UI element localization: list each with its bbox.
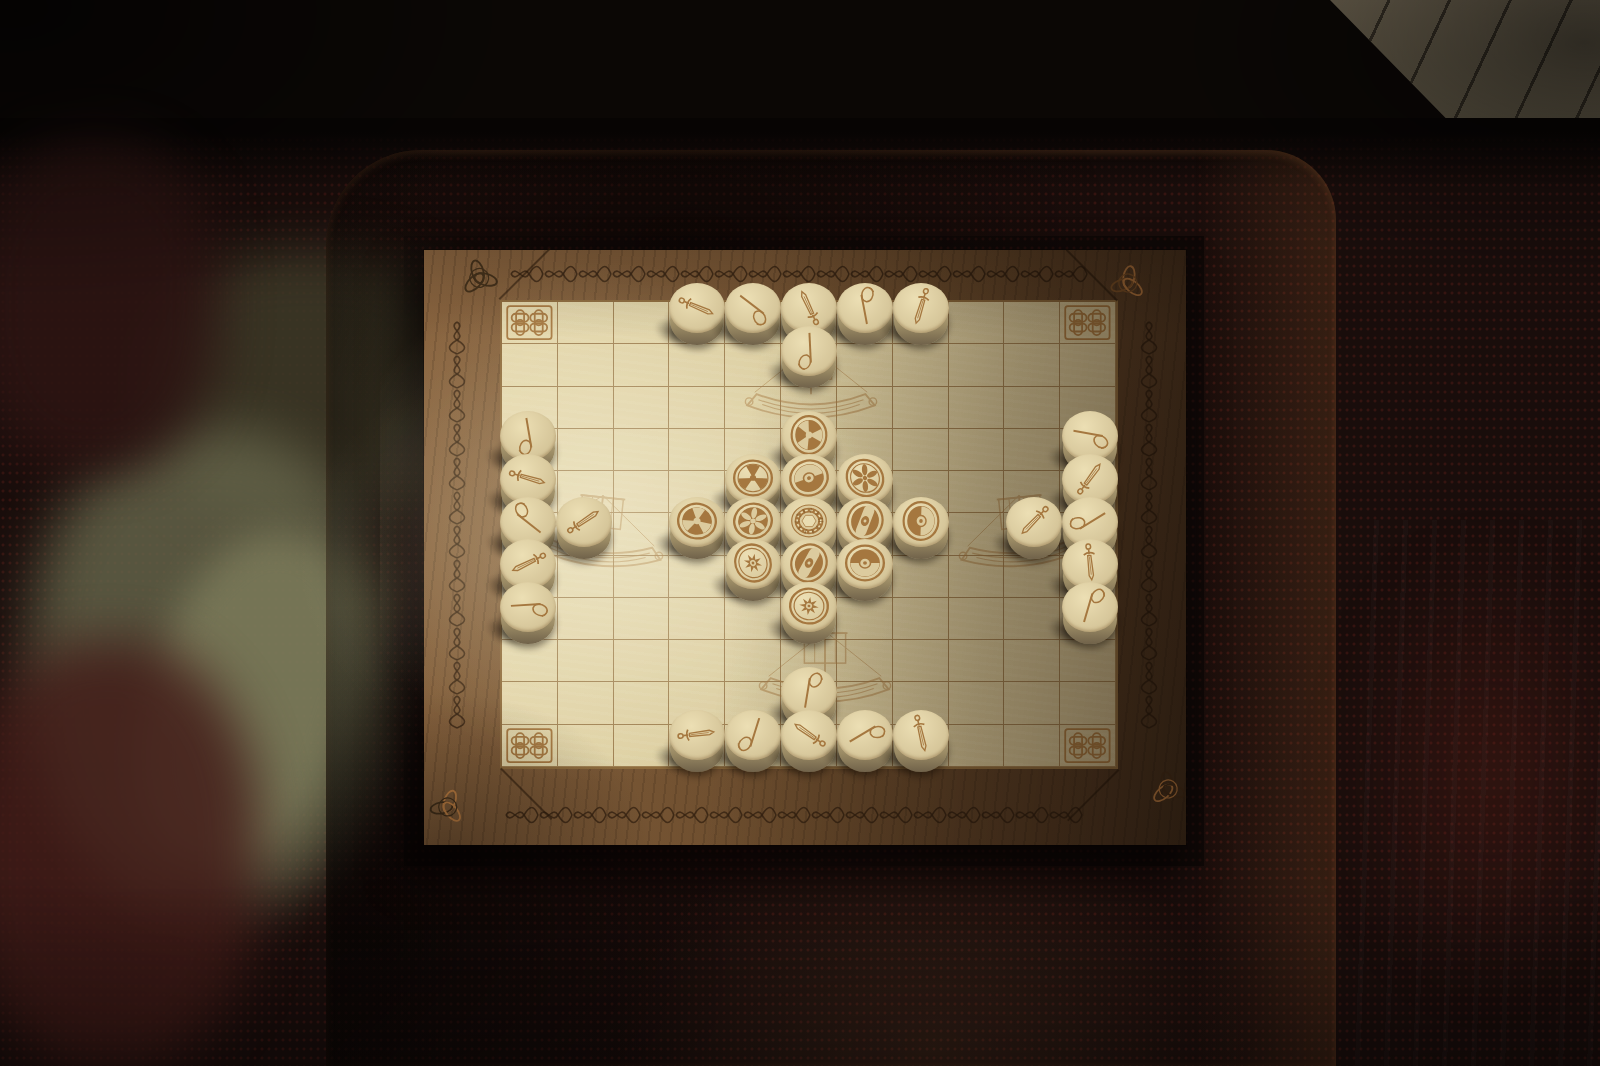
triquetra-icon: [454, 253, 504, 300]
shield-pinwheel2-icon: [843, 456, 887, 500]
attacker-piece-h1[interactable]: [893, 283, 949, 349]
cell-h8[interactable]: [893, 598, 949, 640]
sword-icon: [1068, 456, 1112, 500]
cell-d3[interactable]: [669, 387, 725, 429]
shield-half-icon: [899, 499, 943, 543]
cell-j3[interactable]: [1004, 387, 1060, 429]
cell-j1[interactable]: [1004, 302, 1060, 344]
cell-a1[interactable]: [502, 302, 558, 344]
axe-icon: [506, 584, 550, 628]
sword-icon: [506, 456, 550, 500]
cell-b8[interactable]: [558, 598, 614, 640]
sword-icon: [1012, 499, 1056, 543]
sword-icon: [899, 712, 943, 756]
rug-maroon-patch: [0, 140, 220, 470]
piece-face: [893, 710, 949, 760]
cell-i10[interactable]: [949, 682, 1005, 724]
triquetra-icon: [423, 782, 473, 830]
cell-d4[interactable]: [669, 429, 725, 471]
cell-i3[interactable]: [949, 387, 1005, 429]
sword-icon: [562, 499, 606, 543]
defender-piece-g7[interactable]: [837, 539, 893, 605]
cell-b2[interactable]: [558, 344, 614, 386]
cell-j2[interactable]: [1004, 344, 1060, 386]
piece-face: [1006, 497, 1062, 547]
cell-c4[interactable]: [614, 429, 670, 471]
corner-knot-engraving: [1062, 304, 1113, 341]
cell-i11[interactable]: [949, 725, 1005, 767]
cell-i2[interactable]: [949, 344, 1005, 386]
frame-knot-band: [444, 320, 470, 760]
attacker-piece-f2[interactable]: [781, 326, 837, 392]
piece-face: [500, 582, 556, 632]
piece-face: [781, 582, 837, 632]
axe-icon: [787, 328, 831, 372]
rug-maroon-patch: [0, 640, 260, 1066]
corner-knot-engraving: [504, 304, 555, 341]
cell-a11[interactable]: [502, 725, 558, 767]
cell-b9[interactable]: [558, 640, 614, 682]
axe-icon: [1068, 499, 1112, 543]
cell-i9[interactable]: [949, 640, 1005, 682]
shield-star-icon: [787, 584, 831, 628]
cell-k1[interactable]: [1060, 302, 1116, 344]
cell-i8[interactable]: [949, 598, 1005, 640]
attacker-piece-j6[interactable]: [1006, 497, 1062, 563]
cell-i4[interactable]: [949, 429, 1005, 471]
frame-knot-band: [504, 802, 1104, 828]
cell-k11[interactable]: [1060, 725, 1116, 767]
cell-b11[interactable]: [558, 725, 614, 767]
axe-icon: [1068, 584, 1112, 628]
cell-b10[interactable]: [558, 682, 614, 724]
axe-icon: [787, 669, 831, 713]
cell-i1[interactable]: [949, 302, 1005, 344]
cell-d9[interactable]: [669, 640, 725, 682]
cell-c3[interactable]: [614, 387, 670, 429]
attacker-piece-b6[interactable]: [556, 497, 612, 563]
cell-k2[interactable]: [1060, 344, 1116, 386]
cell-a2[interactable]: [502, 344, 558, 386]
cell-j11[interactable]: [1004, 725, 1060, 767]
cell-a10[interactable]: [502, 682, 558, 724]
cell-h3[interactable]: [893, 387, 949, 429]
photo-scene: [0, 0, 1600, 1066]
cell-h4[interactable]: [893, 429, 949, 471]
cell-c8[interactable]: [614, 598, 670, 640]
board: [424, 250, 1186, 845]
cell-b3[interactable]: [558, 387, 614, 429]
attacker-piece-h11[interactable]: [893, 710, 949, 776]
cell-b4[interactable]: [558, 429, 614, 471]
cell-b1[interactable]: [558, 302, 614, 344]
shield-trefoil-icon: [787, 413, 831, 457]
piece-face: [781, 326, 837, 376]
cell-h9[interactable]: [893, 640, 949, 682]
defender-piece-h6[interactable]: [893, 497, 949, 563]
shield-half-icon: [843, 541, 887, 585]
attacker-piece-a8[interactable]: [500, 582, 556, 648]
cell-j9[interactable]: [1004, 640, 1060, 682]
cell-c2[interactable]: [614, 344, 670, 386]
piece-face: [893, 283, 949, 333]
rug-streaks: [1350, 520, 1600, 1066]
triquetra-icon: [1145, 767, 1191, 809]
axe-icon: [506, 413, 550, 457]
cell-k10[interactable]: [1060, 682, 1116, 724]
corner-knot-engraving: [1062, 727, 1113, 764]
axe-icon: [1068, 413, 1112, 457]
sword-icon: [1068, 541, 1112, 585]
cell-d8[interactable]: [669, 598, 725, 640]
piece-face: [893, 497, 949, 547]
sword-icon: [899, 285, 943, 329]
cell-c9[interactable]: [614, 640, 670, 682]
cell-j10[interactable]: [1004, 682, 1060, 724]
piece-face: [556, 497, 612, 547]
piece-face: [837, 539, 893, 589]
sword-icon: [506, 541, 550, 585]
defender-piece-f8[interactable]: [781, 582, 837, 648]
corner-knot-engraving: [504, 727, 555, 764]
attacker-piece-k8[interactable]: [1062, 582, 1118, 648]
piece-face: [1062, 582, 1118, 632]
frame-knot-band: [1136, 320, 1162, 760]
king-knot-icon: [787, 499, 831, 543]
cell-c10[interactable]: [614, 682, 670, 724]
